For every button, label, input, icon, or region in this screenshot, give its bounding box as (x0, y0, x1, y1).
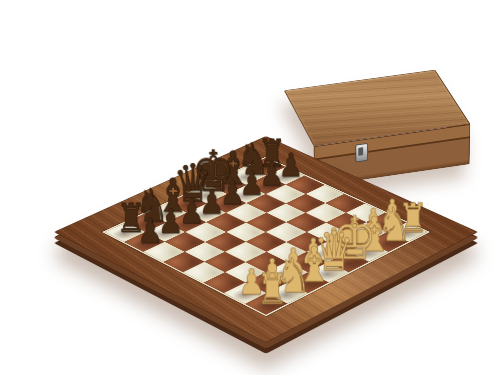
chess-set-photo: ♜♞♝♛♚♝♞♜♟♟♟♟♟♟♟♟♟♟♟♟♟♟♟♟♜♞♝♛♚♝♞♜ (0, 0, 500, 375)
cell-c5 (205, 232, 246, 252)
cell-d5 (226, 222, 266, 242)
cell-a1: ♜ (245, 293, 287, 315)
cell-a7: ♟ (124, 232, 165, 252)
piece-black-pawn-a7: ♟ (126, 214, 174, 248)
piece-white-rook-a1: ♜ (247, 268, 297, 310)
